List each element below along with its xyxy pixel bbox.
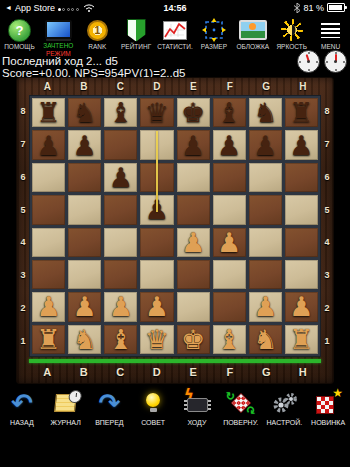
engine-info: Последний ход 2... d5 Score=+0.00, NPS=9… <box>2 56 292 79</box>
square-g4[interactable] <box>249 228 282 257</box>
square-h8[interactable]: ♜ <box>285 98 318 127</box>
square-b2[interactable]: ♟ <box>68 292 101 321</box>
square-h2[interactable]: ♟ <box>285 292 318 321</box>
white-knight: ♞ <box>253 326 277 353</box>
board-squares: ♜♞♝♛♚♝♞♜♟♟♟♟♟♟♟♟♟♟♟♟♟♟♟♟♜♞♝♛♚♝♞♜ <box>29 95 321 357</box>
toolbar-size[interactable]: РАЗМЕР <box>194 15 233 57</box>
square-b4[interactable] <box>68 228 101 257</box>
white-rook: ♜ <box>36 326 60 353</box>
black-pawn: ♟ <box>36 132 60 159</box>
file-label-e: E <box>190 81 197 92</box>
square-a2[interactable]: ♟ <box>32 292 65 321</box>
toolbar-settings[interactable]: НАСТРОЙ. <box>263 386 307 426</box>
square-f3[interactable] <box>213 260 246 289</box>
toolbar-rating[interactable]: РЕЙТИНГ <box>117 15 156 57</box>
toolbar-help[interactable]: ?ПОМОЩЬ <box>0 15 39 57</box>
rank-label-1: 1 <box>324 336 329 346</box>
back-app-label: App Store <box>15 3 55 13</box>
square-c1[interactable]: ♝ <box>104 325 137 354</box>
lightbulb-icon <box>146 386 160 419</box>
square-g2[interactable]: ♟ <box>249 292 282 321</box>
status-right: 81 % <box>294 3 345 13</box>
shield-icon <box>127 17 146 43</box>
file-label-f: F <box>227 81 233 92</box>
white-rook: ♜ <box>289 326 313 353</box>
toolbar-rank-label: RANK <box>88 43 106 50</box>
white-pawn: ♟ <box>145 293 169 320</box>
resize-icon <box>202 17 226 43</box>
toolbar-forward-label: ВПЕРЕД <box>95 419 123 426</box>
square-e5[interactable] <box>177 195 210 224</box>
toolbar-cover[interactable]: ОБЛОЖКА <box>233 15 272 57</box>
square-f7[interactable]: ♟ <box>213 130 246 159</box>
square-d8[interactable]: ♛ <box>140 98 173 127</box>
square-f4[interactable]: ♟ <box>213 228 246 257</box>
file-label-d: D <box>153 81 160 92</box>
square-g3[interactable] <box>249 260 282 289</box>
black-pawn: ♟ <box>109 164 133 191</box>
bluetooth-icon <box>294 3 300 13</box>
black-bishop: ♝ <box>217 99 241 126</box>
toolbar-rotate[interactable]: ↻↻ПОВЕРНУ. <box>219 386 263 426</box>
rank-labels-left: 87654321 <box>17 95 29 357</box>
toolbar-journal-label: ЖУРНАЛ <box>51 419 81 426</box>
square-a7[interactable]: ♟ <box>32 130 65 159</box>
square-a6[interactable] <box>32 163 65 192</box>
menu-icon <box>321 17 340 43</box>
battery-percent: 81 % <box>303 3 324 13</box>
toolbar-back-label: НАЗАД <box>10 419 34 426</box>
square-e3[interactable] <box>177 260 210 289</box>
white-pawn: ♟ <box>36 293 60 320</box>
square-c4[interactable] <box>104 228 137 257</box>
square-d2[interactable]: ♟ <box>140 292 173 321</box>
square-d5[interactable]: ♟ <box>140 195 173 224</box>
white-clock-icon <box>297 50 320 73</box>
rank-labels-right: 87654321 <box>321 95 333 357</box>
square-b3[interactable] <box>68 260 101 289</box>
rank-label-5: 5 <box>324 205 329 215</box>
square-g1[interactable]: ♞ <box>249 325 282 354</box>
rank-icon: 1 <box>87 17 108 43</box>
toolbar-rating-label: РЕЙТИНГ <box>121 43 151 50</box>
new-board-icon: ★ <box>316 386 340 419</box>
black-pawn: ♟ <box>289 132 313 159</box>
toolbar-hint[interactable]: СОВЕТ <box>131 386 175 426</box>
file-label-f: F <box>226 366 233 378</box>
status-bar: ◄ App Store 14:56 81 % <box>0 0 350 15</box>
square-c5[interactable] <box>104 195 137 224</box>
file-label-b: B <box>80 366 88 378</box>
square-d4[interactable] <box>140 228 173 257</box>
square-e2[interactable] <box>177 292 210 321</box>
white-pawn: ♟ <box>109 293 133 320</box>
file-label-h: H <box>299 81 306 92</box>
square-h4[interactable] <box>285 228 318 257</box>
square-a3[interactable] <box>32 260 65 289</box>
file-label-b: B <box>80 81 87 92</box>
square-f8[interactable]: ♝ <box>213 98 246 127</box>
toolbar-hint-label: СОВЕТ <box>141 419 165 426</box>
file-label-e: E <box>190 366 197 378</box>
square-a8[interactable]: ♜ <box>32 98 65 127</box>
undo-arrow-icon: ↶ <box>11 386 33 419</box>
rank-label-7: 7 <box>324 139 329 149</box>
toolbar-help-label: ПОМОЩЬ <box>4 43 35 50</box>
file-label-g: G <box>262 366 271 378</box>
black-pawn: ♟ <box>145 196 169 223</box>
toolbar-new[interactable]: ★НОВИНКА <box>306 386 350 426</box>
square-h1[interactable]: ♜ <box>285 325 318 354</box>
square-b5[interactable] <box>68 195 101 224</box>
black-pawn: ♟ <box>253 132 277 159</box>
chip-icon: ϟ <box>184 386 210 419</box>
square-b8[interactable]: ♞ <box>68 98 101 127</box>
sun-icon <box>281 17 303 43</box>
square-a4[interactable] <box>32 228 65 257</box>
black-pawn: ♟ <box>181 132 205 159</box>
white-bishop: ♝ <box>217 326 241 353</box>
white-pawn: ♟ <box>253 293 277 320</box>
rank-label-8: 8 <box>20 106 25 116</box>
square-e8[interactable]: ♚ <box>177 98 210 127</box>
file-label-c: C <box>116 366 124 378</box>
chess-board: ABCDEFGH ♜♞♝♛♚♝♞♜♟♟♟♟♟♟♟♟♟♟♟♟♟♟♟♟♜♞♝♛♚♝♞… <box>17 78 333 383</box>
rank-label-4: 4 <box>324 237 329 247</box>
black-knight: ♞ <box>73 99 97 126</box>
white-king: ♚ <box>181 326 205 353</box>
square-e6[interactable] <box>177 163 210 192</box>
bottom-toolbar: ↶НАЗАДЖУРНАЛ↷ВПЕРЕДСОВЕТϟХОДУ↻↻ПОВЕРНУ.Н… <box>0 386 350 426</box>
toolbar-settings-label: НАСТРОЙ. <box>267 419 303 426</box>
toolbar-rotate-label: ПОВЕРНУ. <box>223 419 258 426</box>
rank-label-8: 8 <box>324 106 329 116</box>
file-label-d: D <box>153 366 161 378</box>
square-f6[interactable] <box>213 163 246 192</box>
white-queen: ♛ <box>145 326 169 353</box>
rank-label-6: 6 <box>20 172 25 182</box>
back-chevron-icon: ◄ <box>5 4 12 11</box>
square-g6[interactable] <box>249 163 282 192</box>
square-e4[interactable]: ♟ <box>177 228 210 257</box>
file-label-h: H <box>299 366 307 378</box>
square-g8[interactable]: ♞ <box>249 98 282 127</box>
gears-icon <box>271 386 298 419</box>
file-labels-top: ABCDEFGH <box>29 78 321 95</box>
toolbar-forward[interactable]: ↷ВПЕРЕД <box>88 386 132 426</box>
redo-arrow-icon: ↷ <box>98 386 120 419</box>
toolbar-darken-mode[interactable]: ЗАЧТЕНОРЕЖИМ <box>39 15 78 57</box>
status-clock: 14:56 <box>163 3 186 13</box>
square-c6[interactable]: ♟ <box>104 163 137 192</box>
help-icon: ? <box>8 17 31 43</box>
square-d6[interactable] <box>140 163 173 192</box>
white-pawn: ♟ <box>181 229 205 256</box>
toolbar-cover-label: ОБЛОЖКА <box>236 43 269 50</box>
stats-icon <box>163 17 187 43</box>
square-c2[interactable]: ♟ <box>104 292 137 321</box>
square-h5[interactable] <box>285 195 318 224</box>
black-clock-icon <box>324 50 347 73</box>
file-labels-bottom: ABCDEFGH <box>29 363 321 381</box>
signal-dots-icon <box>58 3 81 13</box>
square-e1[interactable]: ♚ <box>177 325 210 354</box>
toolbar-darken-mode-label: ЗАЧТЕНО <box>43 42 73 49</box>
chess-clocks <box>297 50 347 73</box>
square-f1[interactable]: ♝ <box>213 325 246 354</box>
square-d7[interactable] <box>140 130 173 159</box>
rank-label-3: 3 <box>324 270 329 280</box>
rank-label-2: 2 <box>324 303 329 313</box>
battery-icon <box>327 3 345 12</box>
white-bishop: ♝ <box>109 326 133 353</box>
square-b6[interactable] <box>68 163 101 192</box>
rank-label-3: 3 <box>20 270 25 280</box>
toolbar-size-label: РАЗМЕР <box>201 43 227 50</box>
rank-label-6: 6 <box>324 172 329 182</box>
last-move-text: Последний ход 2... d5 <box>2 56 292 68</box>
toolbar-journal[interactable]: ЖУРНАЛ <box>44 386 88 426</box>
black-rook: ♜ <box>289 99 313 126</box>
rank-label-2: 2 <box>20 303 25 313</box>
square-c8[interactable]: ♝ <box>104 98 137 127</box>
journal-icon <box>55 386 76 419</box>
black-queen: ♛ <box>145 99 169 126</box>
black-king: ♚ <box>181 99 205 126</box>
black-knight: ♞ <box>253 99 277 126</box>
square-a1[interactable]: ♜ <box>32 325 65 354</box>
black-pawn: ♟ <box>217 132 241 159</box>
rank-label-7: 7 <box>20 139 25 149</box>
file-label-a: A <box>44 81 51 92</box>
toolbar-move[interactable]: ϟХОДУ <box>175 386 219 426</box>
square-f2[interactable] <box>213 292 246 321</box>
status-back[interactable]: ◄ App Store <box>5 3 95 13</box>
wifi-icon <box>83 3 95 12</box>
rotate-board-icon: ↻↻ <box>227 386 255 419</box>
square-b1[interactable]: ♞ <box>68 325 101 354</box>
toolbar-statistics[interactable]: СТАТИСТИ. <box>156 15 195 57</box>
square-g7[interactable]: ♟ <box>249 130 282 159</box>
file-label-c: C <box>117 81 124 92</box>
black-rook: ♜ <box>36 99 60 126</box>
toolbar-rank[interactable]: 1RANK <box>78 15 117 57</box>
white-pawn: ♟ <box>289 293 313 320</box>
toolbar-move-label: ХОДУ <box>187 419 206 426</box>
black-bishop: ♝ <box>109 99 133 126</box>
square-h6[interactable] <box>285 163 318 192</box>
square-f5[interactable] <box>213 195 246 224</box>
picture-icon <box>239 17 267 43</box>
monitor-icon <box>45 17 72 42</box>
file-label-a: A <box>43 366 51 378</box>
rank-label-4: 4 <box>20 237 25 247</box>
rank-label-1: 1 <box>20 336 25 346</box>
square-e7[interactable]: ♟ <box>177 130 210 159</box>
square-b7[interactable]: ♟ <box>68 130 101 159</box>
white-knight: ♞ <box>73 326 97 353</box>
square-a5[interactable] <box>32 195 65 224</box>
square-d1[interactable]: ♛ <box>140 325 173 354</box>
toolbar-back[interactable]: ↶НАЗАД <box>0 386 44 426</box>
toolbar-statistics-label: СТАТИСТИ. <box>157 43 193 50</box>
black-pawn: ♟ <box>73 132 97 159</box>
square-d3[interactable] <box>140 260 173 289</box>
square-g5[interactable] <box>249 195 282 224</box>
rank-label-5: 5 <box>20 205 25 215</box>
toolbar-new-label: НОВИНКА <box>311 419 345 426</box>
white-pawn: ♟ <box>217 229 241 256</box>
file-label-g: G <box>262 81 270 92</box>
square-h3[interactable] <box>285 260 318 289</box>
white-pawn: ♟ <box>73 293 97 320</box>
square-c3[interactable] <box>104 260 137 289</box>
square-h7[interactable]: ♟ <box>285 130 318 159</box>
square-c7[interactable] <box>104 130 137 159</box>
